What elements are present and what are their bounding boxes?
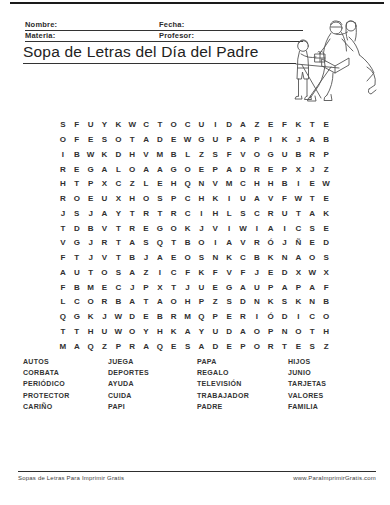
grid-cell: K: [319, 207, 333, 222]
word-list-item: TRABAJADOR: [197, 390, 281, 401]
grid-cell: W: [236, 221, 250, 236]
grid-cell: D: [319, 236, 333, 251]
grid-cell: E: [167, 251, 181, 266]
grid-cell: L: [181, 148, 195, 163]
grid-cell: V: [236, 148, 250, 163]
grid-cell: V: [98, 221, 112, 236]
grid-cell: W: [84, 148, 98, 163]
grid-cell: I: [278, 221, 292, 236]
grid-cell: I: [222, 221, 236, 236]
grid-cell: N: [278, 251, 292, 266]
grid-cell: C: [305, 310, 319, 325]
footer-website-url: www.ParaImprimirGratis.com: [293, 475, 376, 481]
word-list-item: HIJOS: [288, 356, 372, 367]
grid-cell: I: [264, 133, 278, 148]
grid-cell: M: [84, 280, 98, 295]
grid-cell: S: [56, 118, 70, 133]
grid-cell: A: [305, 207, 319, 222]
grid-cell: P: [84, 177, 98, 192]
word-search-grid: SFUYKWCTOCUIDAZEFKTEOFESOTADEWGUPAPIKJAB…: [56, 118, 333, 354]
grid-cell: O: [319, 310, 333, 325]
grid-cell: A: [236, 133, 250, 148]
grid-cell: A: [222, 236, 236, 251]
grid-cell: O: [250, 148, 264, 163]
grid-cell: Q: [84, 339, 98, 354]
word-list-item: DEPORTES: [108, 367, 192, 378]
grid-cell: A: [236, 118, 250, 133]
grid-cell: T: [305, 192, 319, 207]
grid-cell: E: [305, 177, 319, 192]
grid-cell: Z: [250, 118, 264, 133]
grid-cell: J: [250, 266, 264, 281]
grid-cell: P: [291, 280, 305, 295]
grid-cell: R: [125, 221, 139, 236]
word-list-column: AUTOSCORBATAPERIÓDICOPROTECTORCARIÑO: [23, 356, 107, 412]
grid-cell: C: [250, 207, 264, 222]
grid-cell: J: [84, 207, 98, 222]
grid-cell: T: [56, 221, 70, 236]
grid-cell: W: [181, 133, 195, 148]
grid-cell: T: [70, 251, 84, 266]
grid-cell: X: [291, 162, 305, 177]
grid-cell: L: [139, 177, 153, 192]
grid-cell: O: [56, 133, 70, 148]
grid-cell: O: [195, 236, 209, 251]
grid-cell: G: [195, 133, 209, 148]
materia-label: Materia:: [25, 31, 55, 40]
grid-cell: O: [84, 295, 98, 310]
grid-cell: L: [56, 295, 70, 310]
grid-cell: L: [222, 207, 236, 222]
grid-cell: O: [70, 192, 84, 207]
grid-cell: A: [236, 325, 250, 340]
grid-cell: R: [56, 162, 70, 177]
word-list-item: TELEVISIÓN: [197, 378, 281, 389]
grid-cell: I: [291, 177, 305, 192]
grid-cell: A: [250, 192, 264, 207]
grid-cell: K: [167, 325, 181, 340]
grid-cell: S: [305, 221, 319, 236]
grid-cell: I: [56, 148, 70, 163]
grid-cell: P: [264, 325, 278, 340]
grid-cell: C: [236, 251, 250, 266]
grid-cell: B: [70, 280, 84, 295]
grid-cell: J: [139, 251, 153, 266]
grid-cell: E: [139, 221, 153, 236]
grid-cell: S: [236, 207, 250, 222]
grid-cell: Y: [111, 207, 125, 222]
grid-cell: A: [70, 339, 84, 354]
grid-cell: F: [208, 266, 222, 281]
grid-cell: O: [181, 251, 195, 266]
grid-cell: O: [250, 325, 264, 340]
grid-cell: U: [208, 325, 222, 340]
word-list-item: CARIÑO: [23, 401, 107, 412]
grid-cell: Z: [319, 162, 333, 177]
grid-cell: H: [195, 192, 209, 207]
grid-cell: R: [98, 236, 112, 251]
grid-cell: U: [84, 118, 98, 133]
grid-cell: A: [291, 251, 305, 266]
grid-cell: K: [111, 118, 125, 133]
grid-cell: Ó: [264, 310, 278, 325]
grid-cell: B: [153, 310, 167, 325]
grid-cell: K: [291, 295, 305, 310]
grid-cell: P: [208, 310, 222, 325]
grid-cell: T: [167, 236, 181, 251]
grid-cell: Y: [139, 325, 153, 340]
grid-cell: N: [208, 251, 222, 266]
grid-cell: B: [111, 295, 125, 310]
grid-cell: A: [139, 162, 153, 177]
grid-cell: C: [167, 266, 181, 281]
word-list-item: REGALO: [197, 367, 281, 378]
grid-cell: N: [250, 295, 264, 310]
grid-cell: K: [222, 251, 236, 266]
grid-cell: F: [278, 192, 292, 207]
family-illustration: [287, 10, 388, 115]
grid-cell: R: [264, 339, 278, 354]
grid-cell: K: [264, 295, 278, 310]
grid-cell: C: [139, 118, 153, 133]
grid-cell: V: [208, 177, 222, 192]
grid-cell: G: [264, 148, 278, 163]
grid-cell: I: [195, 207, 209, 222]
grid-cell: U: [195, 280, 209, 295]
grid-cell: B: [84, 221, 98, 236]
grid-cell: A: [236, 280, 250, 295]
grid-cell: O: [181, 162, 195, 177]
grid-cell: O: [139, 192, 153, 207]
grid-cell: O: [111, 133, 125, 148]
grid-cell: S: [208, 148, 222, 163]
grid-cell: S: [139, 236, 153, 251]
grid-cell: P: [278, 162, 292, 177]
grid-cell: H: [264, 177, 278, 192]
grid-cell: S: [195, 251, 209, 266]
grid-cell: R: [167, 207, 181, 222]
grid-cell: H: [167, 177, 181, 192]
grid-cell: F: [236, 266, 250, 281]
page-title: Sopa de Letras del Día del Padre: [23, 43, 259, 61]
grid-cell: J: [84, 251, 98, 266]
grid-cell: G: [70, 310, 84, 325]
grid-cell: D: [208, 339, 222, 354]
grid-cell: C: [181, 207, 195, 222]
grid-cell: D: [70, 221, 84, 236]
grid-cell: I: [153, 266, 167, 281]
word-list-item: TARJETAS: [288, 378, 372, 389]
grid-cell: J: [291, 133, 305, 148]
father-and-children-drawing: [287, 10, 388, 115]
grid-cell: W: [291, 192, 305, 207]
grid-cell: Y: [98, 118, 112, 133]
word-list-item: PAPA: [197, 356, 281, 367]
nombre-label: Nombre:: [25, 20, 57, 29]
grid-cell: B: [278, 177, 292, 192]
grid-cell: A: [98, 162, 112, 177]
grid-cell: P: [250, 133, 264, 148]
grid-cell: T: [153, 118, 167, 133]
grid-cell: W: [111, 325, 125, 340]
grid-cell: H: [84, 325, 98, 340]
grid-cell: E: [167, 339, 181, 354]
grid-cell: D: [222, 325, 236, 340]
grid-cell: B: [291, 148, 305, 163]
grid-cell: E: [264, 162, 278, 177]
grid-cell: S: [181, 339, 195, 354]
grid-cell: S: [153, 192, 167, 207]
grid-cell: A: [195, 339, 209, 354]
grid-cell: V: [236, 236, 250, 251]
grid-cell: S: [319, 251, 333, 266]
grid-cell: U: [195, 118, 209, 133]
grid-cell: U: [98, 192, 112, 207]
grid-cell: W: [125, 118, 139, 133]
grid-cell: U: [98, 325, 112, 340]
grid-cell: K: [98, 148, 112, 163]
word-list: AUTOSCORBATAPERIÓDICOPROTECTORCARIÑOJUEG…: [23, 356, 368, 416]
grid-cell: A: [305, 133, 319, 148]
grid-cell: T: [56, 325, 70, 340]
grid-cell: U: [278, 207, 292, 222]
grid-cell: P: [208, 162, 222, 177]
word-list-item: PERIÓDICO: [23, 378, 107, 389]
word-list-item: CUIDA: [108, 390, 192, 401]
grid-cell: X: [153, 280, 167, 295]
grid-cell: T: [70, 177, 84, 192]
grid-cell: F: [222, 148, 236, 163]
grid-cell: Q: [181, 177, 195, 192]
grid-cell: E: [84, 133, 98, 148]
profesor-label: Profesor:: [159, 31, 194, 40]
grid-cell: R: [305, 148, 319, 163]
grid-cell: E: [305, 236, 319, 251]
grid-cell: S: [278, 295, 292, 310]
grid-cell: O: [98, 266, 112, 281]
grid-cell: Z: [208, 295, 222, 310]
word-list-item: JUNIO: [288, 367, 372, 378]
grid-cell: A: [153, 295, 167, 310]
grid-cell: T: [139, 295, 153, 310]
grid-cell: R: [139, 207, 153, 222]
grid-cell: I: [250, 310, 264, 325]
grid-cell: P: [222, 133, 236, 148]
grid-cell: N: [195, 177, 209, 192]
grid-cell: M: [222, 177, 236, 192]
grid-cell: A: [153, 251, 167, 266]
grid-cell: G: [70, 236, 84, 251]
grid-cell: H: [125, 148, 139, 163]
grid-cell: K: [264, 251, 278, 266]
word-list-item: PROTECTOR: [23, 390, 107, 401]
grid-cell: U: [70, 266, 84, 281]
grid-cell: M: [181, 310, 195, 325]
grid-cell: P: [139, 280, 153, 295]
word-list-item: FAMILIA: [288, 401, 372, 412]
grid-cell: V: [139, 148, 153, 163]
word-list-item: CORBATA: [23, 367, 107, 378]
grid-cell: T: [167, 280, 181, 295]
grid-cell: B: [167, 148, 181, 163]
grid-cell: H: [181, 295, 195, 310]
grid-cell: V: [222, 266, 236, 281]
grid-cell: F: [56, 251, 70, 266]
grid-cell: T: [291, 207, 305, 222]
grid-cell: H: [319, 325, 333, 340]
grid-cell: C: [111, 177, 125, 192]
grid-cell: P: [264, 280, 278, 295]
title-underline: [23, 63, 296, 64]
grid-cell: A: [181, 325, 195, 340]
grid-cell: E: [195, 162, 209, 177]
grid-cell: W: [111, 310, 125, 325]
grid-cell: B: [319, 295, 333, 310]
grid-cell: O: [167, 221, 181, 236]
fecha-label: Fecha:: [159, 20, 184, 29]
grid-cell: T: [305, 118, 319, 133]
grid-cell: J: [195, 221, 209, 236]
grid-cell: K: [291, 118, 305, 133]
grid-cell: S: [111, 266, 125, 281]
grid-cell: X: [319, 266, 333, 281]
grid-cell: U: [278, 148, 292, 163]
grid-cell: H: [208, 207, 222, 222]
grid-cell: W: [319, 177, 333, 192]
grid-cell: C: [111, 280, 125, 295]
grid-cell: W: [305, 266, 319, 281]
grid-cell: D: [278, 310, 292, 325]
grid-cell: R: [264, 207, 278, 222]
word-list-item: AUTOS: [23, 356, 107, 367]
word-list-item: VALORES: [288, 390, 372, 401]
grid-cell: E: [264, 266, 278, 281]
grid-cell: I: [208, 236, 222, 251]
grid-cell: A: [264, 221, 278, 236]
grid-cell: U: [236, 192, 250, 207]
grid-cell: F: [70, 118, 84, 133]
grid-cell: H: [56, 177, 70, 192]
grid-cell: A: [56, 266, 70, 281]
grid-cell: O: [167, 118, 181, 133]
grid-cell: Z: [195, 148, 209, 163]
grid-cell: P: [195, 295, 209, 310]
grid-cell: R: [236, 310, 250, 325]
grid-cell: I: [291, 310, 305, 325]
grid-cell: K: [208, 192, 222, 207]
grid-cell: U: [208, 133, 222, 148]
grid-cell: V: [56, 236, 70, 251]
grid-cell: D: [278, 266, 292, 281]
grid-cell: N: [305, 295, 319, 310]
grid-cell: T: [111, 221, 125, 236]
word-list-column: JUEGADEPORTESAYUDACUIDAPAPI: [108, 356, 192, 412]
grid-cell: P: [167, 192, 181, 207]
grid-cell: X: [291, 266, 305, 281]
grid-cell: Z: [98, 339, 112, 354]
grid-cell: R: [250, 236, 264, 251]
grid-cell: N: [278, 325, 292, 340]
grid-cell: E: [208, 280, 222, 295]
grid-cell: Z: [139, 266, 153, 281]
grid-cell: B: [70, 148, 84, 163]
grid-cell: A: [125, 266, 139, 281]
grid-cell: H: [125, 192, 139, 207]
grid-cell: Z: [319, 339, 333, 354]
grid-cell: E: [139, 310, 153, 325]
grid-cell: M: [56, 339, 70, 354]
grid-cell: V: [264, 192, 278, 207]
grid-cell: K: [195, 266, 209, 281]
grid-cell: A: [305, 280, 319, 295]
grid-cell: P: [236, 339, 250, 354]
grid-cell: H: [250, 177, 264, 192]
grid-cell: R: [98, 295, 112, 310]
worksheet-page: Nombre: Fecha: Materia: Profesor: Sopa d…: [0, 0, 390, 505]
grid-cell: B: [319, 133, 333, 148]
grid-cell: E: [222, 310, 236, 325]
grid-cell: J: [305, 162, 319, 177]
grid-cell: J: [278, 236, 292, 251]
grid-cell: F: [181, 266, 195, 281]
grid-cell: I: [208, 118, 222, 133]
grid-cell: A: [98, 207, 112, 222]
grid-cell: F: [319, 280, 333, 295]
grid-cell: O: [125, 325, 139, 340]
page-top-border: [10, 2, 384, 4]
grid-cell: E: [153, 177, 167, 192]
grid-cell: K: [278, 133, 292, 148]
grid-cell: O: [125, 162, 139, 177]
word-list-item: PAPI: [108, 401, 192, 412]
grid-cell: E: [222, 339, 236, 354]
grid-cell: A: [125, 236, 139, 251]
grid-cell: J: [84, 236, 98, 251]
word-list-column: PAPAREGALOTELEVISIÓNTRABAJADORPADRE: [197, 356, 281, 412]
grid-cell: A: [125, 295, 139, 310]
grid-cell: O: [250, 339, 264, 354]
grid-cell: K: [84, 310, 98, 325]
grid-cell: I: [222, 192, 236, 207]
grid-cell: C: [181, 118, 195, 133]
grid-cell: T: [305, 325, 319, 340]
grid-cell: P: [111, 339, 125, 354]
grid-cell: V: [208, 221, 222, 236]
grid-cell: A: [222, 162, 236, 177]
grid-cell: C: [181, 192, 195, 207]
grid-cell: E: [319, 118, 333, 133]
grid-cell: A: [139, 133, 153, 148]
grid-cell: B: [181, 236, 195, 251]
grid-cell: O: [167, 295, 181, 310]
grid-cell: R: [125, 339, 139, 354]
grid-cell: E: [319, 221, 333, 236]
footer-source-text: Sopas de Letras Para Imprimir Gratis: [18, 475, 124, 481]
grid-cell: S: [305, 339, 319, 354]
grid-cell: X: [111, 192, 125, 207]
grid-cell: T: [125, 207, 139, 222]
grid-cell: Q: [153, 339, 167, 354]
grid-cell: C: [236, 177, 250, 192]
grid-cell: V: [98, 251, 112, 266]
grid-cell: Ó: [264, 236, 278, 251]
grid-cell: K: [181, 221, 195, 236]
grid-cell: S: [98, 133, 112, 148]
grid-cell: E: [70, 162, 84, 177]
grid-cell: F: [56, 280, 70, 295]
grid-cell: R: [56, 192, 70, 207]
grid-cell: D: [236, 295, 250, 310]
